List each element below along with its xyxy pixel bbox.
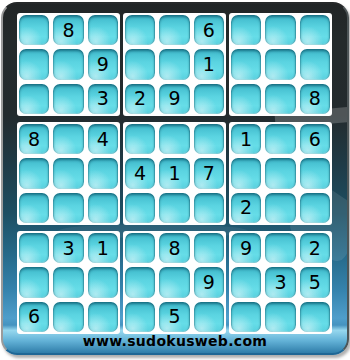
cell-r9c6[interactable] [194, 302, 224, 332]
sudoku-grid: 893 6129 8 84 417 162 316 895 9235 [17, 13, 332, 334]
cell-r3c1[interactable] [19, 84, 49, 114]
cell-r6c2[interactable] [53, 193, 83, 223]
sudoku-box-4: 84 [17, 122, 120, 225]
cell-r5c2[interactable] [53, 158, 83, 188]
cell-r5c3[interactable] [88, 158, 118, 188]
cell-r6c8[interactable] [265, 193, 295, 223]
cell-r9c5[interactable]: 5 [159, 302, 189, 332]
cell-r5c8[interactable] [265, 158, 295, 188]
cell-r3c9[interactable]: 8 [300, 84, 330, 114]
cell-r2c6[interactable]: 1 [194, 49, 224, 79]
cell-r1c4[interactable] [125, 15, 155, 45]
cell-r1c5[interactable] [159, 15, 189, 45]
sudoku-box-6: 162 [229, 122, 332, 225]
cell-r3c5[interactable]: 9 [159, 84, 189, 114]
cell-r2c4[interactable] [125, 49, 155, 79]
cell-r7c5[interactable]: 8 [159, 233, 189, 263]
sudoku-board: 893 6129 8 84 417 162 316 895 9235 www.s… [1, 2, 349, 355]
cell-r5c1[interactable] [19, 158, 49, 188]
cell-r2c2[interactable] [53, 49, 83, 79]
cell-r8c5[interactable] [159, 267, 189, 297]
cell-r4c1[interactable]: 8 [19, 124, 49, 154]
cell-r3c6[interactable] [194, 84, 224, 114]
cell-r1c7[interactable] [231, 15, 261, 45]
cell-r4c4[interactable] [125, 124, 155, 154]
cell-r8c7[interactable] [231, 267, 261, 297]
cell-r7c2[interactable]: 3 [53, 233, 83, 263]
cell-r5c9[interactable] [300, 158, 330, 188]
cell-r4c7[interactable]: 1 [231, 124, 261, 154]
cell-r5c7[interactable] [231, 158, 261, 188]
cell-r3c7[interactable] [231, 84, 261, 114]
cell-r1c6[interactable]: 6 [194, 15, 224, 45]
cell-r3c8[interactable] [265, 84, 295, 114]
cell-r6c5[interactable] [159, 193, 189, 223]
cell-r1c2[interactable]: 8 [53, 15, 83, 45]
cell-r4c6[interactable] [194, 124, 224, 154]
sudoku-box-8: 895 [123, 231, 226, 334]
sudoku-box-7: 316 [17, 231, 120, 334]
sudoku-box-9: 9235 [229, 231, 332, 334]
cell-r6c9[interactable] [300, 193, 330, 223]
cell-r8c2[interactable] [53, 267, 83, 297]
cell-r3c3[interactable]: 3 [88, 84, 118, 114]
cell-r9c2[interactable] [53, 302, 83, 332]
cell-r8c1[interactable] [19, 267, 49, 297]
cell-r6c7[interactable]: 2 [231, 193, 261, 223]
cell-r7c9[interactable]: 2 [300, 233, 330, 263]
cell-r9c3[interactable] [88, 302, 118, 332]
cell-r3c4[interactable]: 2 [125, 84, 155, 114]
cell-r8c4[interactable] [125, 267, 155, 297]
sudoku-box-3: 8 [229, 13, 332, 116]
cell-r7c3[interactable]: 1 [88, 233, 118, 263]
cell-r9c7[interactable] [231, 302, 261, 332]
cell-r7c1[interactable] [19, 233, 49, 263]
cell-r1c9[interactable] [300, 15, 330, 45]
cell-r9c4[interactable] [125, 302, 155, 332]
sudoku-box-2: 6129 [123, 13, 226, 116]
cell-r2c3[interactable]: 9 [88, 49, 118, 79]
cell-r9c8[interactable] [265, 302, 295, 332]
cell-r3c2[interactable] [53, 84, 83, 114]
cell-r1c8[interactable] [265, 15, 295, 45]
cell-r5c4[interactable]: 4 [125, 158, 155, 188]
cell-r2c7[interactable] [231, 49, 261, 79]
cell-r4c5[interactable] [159, 124, 189, 154]
cell-r6c4[interactable] [125, 193, 155, 223]
cell-r7c6[interactable] [194, 233, 224, 263]
cell-r6c6[interactable] [194, 193, 224, 223]
cell-r2c5[interactable] [159, 49, 189, 79]
cell-r4c8[interactable] [265, 124, 295, 154]
cell-r1c3[interactable] [88, 15, 118, 45]
cell-r9c1[interactable]: 6 [19, 302, 49, 332]
cell-r8c6[interactable]: 9 [194, 267, 224, 297]
cell-r2c1[interactable] [19, 49, 49, 79]
cell-r2c8[interactable] [265, 49, 295, 79]
cell-r8c9[interactable]: 5 [300, 267, 330, 297]
sudoku-box-5: 417 [123, 122, 226, 225]
cell-r7c7[interactable]: 9 [231, 233, 261, 263]
cell-r8c3[interactable] [88, 267, 118, 297]
cell-r5c6[interactable]: 7 [194, 158, 224, 188]
site-url: www.sudokusweb.com [3, 333, 347, 353]
sudoku-box-1: 893 [17, 13, 120, 116]
cell-r7c4[interactable] [125, 233, 155, 263]
cell-r5c5[interactable]: 1 [159, 158, 189, 188]
cell-r9c9[interactable] [300, 302, 330, 332]
cell-r8c8[interactable]: 3 [265, 267, 295, 297]
cell-r6c3[interactable] [88, 193, 118, 223]
cell-r4c3[interactable]: 4 [88, 124, 118, 154]
cell-r7c8[interactable] [265, 233, 295, 263]
cell-r4c2[interactable] [53, 124, 83, 154]
cell-r1c1[interactable] [19, 15, 49, 45]
cell-r2c9[interactable] [300, 49, 330, 79]
cell-r4c9[interactable]: 6 [300, 124, 330, 154]
cell-r6c1[interactable] [19, 193, 49, 223]
